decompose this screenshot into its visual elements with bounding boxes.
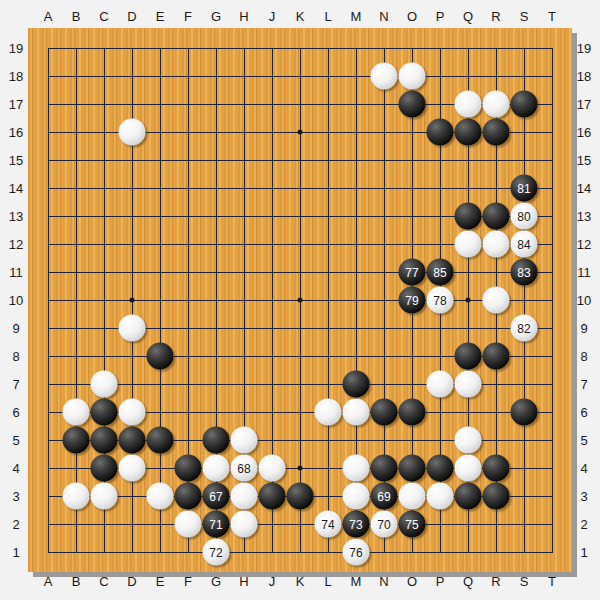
move-number: 69 — [377, 490, 390, 502]
stone-black — [399, 399, 426, 426]
column-label-bottom: M — [351, 574, 362, 589]
column-label-top: D — [127, 9, 136, 24]
stone-black — [147, 343, 174, 370]
column-label-bottom: H — [239, 574, 248, 589]
move-number: 70 — [377, 518, 390, 530]
row-label-left: 16 — [9, 125, 23, 140]
column-label-bottom: F — [184, 574, 192, 589]
column-label-bottom: K — [296, 574, 305, 589]
move-number: 76 — [349, 546, 362, 558]
row-label-right: 13 — [577, 209, 591, 224]
column-label-bottom: N — [379, 574, 388, 589]
stone-black: 67 — [203, 483, 230, 510]
column-label-top: G — [211, 9, 221, 24]
column-label-top: A — [44, 9, 53, 24]
go-game-record-view: AABBCCDDEEFFGGHHJJKKLLMMNNOOPPQQRRSSTT19… — [0, 0, 600, 600]
star-point — [130, 298, 135, 303]
row-label-right: 14 — [577, 181, 591, 196]
column-label-bottom: D — [127, 574, 136, 589]
stone-black — [175, 483, 202, 510]
column-label-bottom: J — [269, 574, 276, 589]
stone-white — [371, 63, 398, 90]
stone-black — [371, 455, 398, 482]
stone-white — [203, 455, 230, 482]
row-label-right: 11 — [577, 265, 591, 280]
star-point — [298, 130, 303, 135]
stone-black — [455, 483, 482, 510]
stone-white — [483, 91, 510, 118]
column-label-top: H — [239, 9, 248, 24]
column-label-bottom: P — [436, 574, 445, 589]
grid-line-horizontal — [48, 524, 553, 525]
grid-line-vertical — [328, 48, 329, 553]
row-label-right: 19 — [577, 41, 591, 56]
stone-white — [231, 511, 258, 538]
grid-line-vertical — [552, 48, 553, 553]
stone-white: 80 — [511, 203, 538, 230]
stone-black — [483, 455, 510, 482]
move-number: 83 — [517, 266, 530, 278]
stone-black: 81 — [511, 175, 538, 202]
stone-white: 76 — [343, 539, 370, 566]
move-number: 72 — [209, 546, 222, 558]
row-label-left: 17 — [9, 97, 23, 112]
stone-black — [63, 427, 90, 454]
stone-white — [399, 63, 426, 90]
stone-white — [483, 231, 510, 258]
column-label-top: O — [407, 9, 417, 24]
stone-white — [399, 483, 426, 510]
column-label-bottom: G — [211, 574, 221, 589]
stone-black — [483, 203, 510, 230]
row-label-left: 9 — [12, 321, 19, 336]
column-label-bottom: C — [99, 574, 108, 589]
move-number: 82 — [517, 322, 530, 334]
column-label-bottom: T — [548, 574, 556, 589]
stone-white — [455, 91, 482, 118]
column-label-top: N — [379, 9, 388, 24]
stone-black: 85 — [427, 259, 454, 286]
stone-white — [427, 371, 454, 398]
move-number: 79 — [405, 294, 418, 306]
stone-white: 78 — [427, 287, 454, 314]
column-label-top: L — [324, 9, 331, 24]
stone-black — [427, 455, 454, 482]
stone-white: 70 — [371, 511, 398, 538]
row-label-right: 17 — [577, 97, 591, 112]
column-label-top: E — [156, 9, 165, 24]
row-label-right: 16 — [577, 125, 591, 140]
stone-black — [371, 399, 398, 426]
stone-white: 68 — [231, 455, 258, 482]
stone-black — [511, 399, 538, 426]
stone-white — [343, 483, 370, 510]
column-label-bottom: S — [520, 574, 529, 589]
move-number: 71 — [209, 518, 222, 530]
star-point — [298, 298, 303, 303]
stone-black — [455, 203, 482, 230]
move-number: 73 — [349, 518, 362, 530]
stone-white — [343, 399, 370, 426]
stone-black — [175, 455, 202, 482]
stone-black: 83 — [511, 259, 538, 286]
stone-white: 82 — [511, 315, 538, 342]
stone-white — [63, 399, 90, 426]
stone-white — [175, 511, 202, 538]
stone-white — [455, 231, 482, 258]
row-label-left: 12 — [9, 237, 23, 252]
column-label-bottom: L — [324, 574, 331, 589]
stone-black — [455, 119, 482, 146]
stone-white — [119, 315, 146, 342]
stone-white — [455, 427, 482, 454]
row-label-right: 1 — [580, 545, 587, 560]
row-label-right: 6 — [580, 405, 587, 420]
column-label-top: T — [548, 9, 556, 24]
stone-black: 77 — [399, 259, 426, 286]
star-point — [298, 466, 303, 471]
row-label-right: 8 — [580, 349, 587, 364]
stone-black — [203, 427, 230, 454]
column-label-top: C — [99, 9, 108, 24]
row-label-left: 15 — [9, 153, 23, 168]
move-number: 75 — [405, 518, 418, 530]
column-label-bottom: R — [491, 574, 500, 589]
column-label-bottom: Q — [463, 574, 473, 589]
column-label-bottom: O — [407, 574, 417, 589]
row-label-right: 2 — [580, 517, 587, 532]
stone-black — [119, 427, 146, 454]
stone-black — [455, 343, 482, 370]
row-label-left: 11 — [9, 265, 23, 280]
stone-black — [343, 371, 370, 398]
row-label-left: 13 — [9, 209, 23, 224]
stone-black — [399, 91, 426, 118]
move-number: 85 — [433, 266, 446, 278]
stone-black — [427, 119, 454, 146]
move-number: 81 — [517, 182, 530, 194]
row-label-right: 3 — [580, 489, 587, 504]
row-label-left: 10 — [9, 293, 23, 308]
row-label-left: 2 — [12, 517, 19, 532]
row-label-right: 5 — [580, 433, 587, 448]
stone-black — [147, 427, 174, 454]
stone-white — [63, 483, 90, 510]
row-label-right: 12 — [577, 237, 591, 252]
stone-black — [511, 91, 538, 118]
row-label-right: 4 — [580, 461, 587, 476]
stone-white — [427, 483, 454, 510]
stone-black — [483, 483, 510, 510]
column-label-top: K — [296, 9, 305, 24]
row-label-left: 6 — [12, 405, 19, 420]
stone-black: 73 — [343, 511, 370, 538]
stone-white — [231, 427, 258, 454]
stone-white — [315, 399, 342, 426]
stone-white — [259, 455, 286, 482]
stone-white — [343, 455, 370, 482]
stone-black — [91, 455, 118, 482]
stone-white — [119, 119, 146, 146]
move-number: 74 — [321, 518, 334, 530]
row-label-left: 7 — [12, 377, 19, 392]
row-label-right: 15 — [577, 153, 591, 168]
star-point — [466, 298, 471, 303]
stone-black: 79 — [399, 287, 426, 314]
row-label-left: 5 — [12, 433, 19, 448]
stone-white — [147, 483, 174, 510]
move-number: 84 — [517, 238, 530, 250]
column-label-bottom: A — [44, 574, 53, 589]
row-label-left: 4 — [12, 461, 19, 476]
column-label-top: J — [269, 9, 276, 24]
grid-line-horizontal — [48, 552, 553, 553]
column-label-bottom: E — [156, 574, 165, 589]
column-label-top: P — [436, 9, 445, 24]
column-label-top: F — [184, 9, 192, 24]
stone-black — [259, 483, 286, 510]
stone-black — [483, 119, 510, 146]
stone-black — [483, 343, 510, 370]
column-label-top: R — [491, 9, 500, 24]
stone-black — [399, 455, 426, 482]
column-label-bottom: B — [72, 574, 81, 589]
row-label-left: 18 — [9, 69, 23, 84]
move-number: 68 — [237, 462, 250, 474]
stone-black — [91, 399, 118, 426]
stone-white — [455, 455, 482, 482]
stone-white: 84 — [511, 231, 538, 258]
stone-black: 75 — [399, 511, 426, 538]
stone-white — [483, 287, 510, 314]
row-label-left: 8 — [12, 349, 19, 364]
stone-white — [231, 483, 258, 510]
row-label-right: 9 — [580, 321, 587, 336]
column-label-top: B — [72, 9, 81, 24]
stone-white — [91, 371, 118, 398]
stone-white: 74 — [315, 511, 342, 538]
row-label-left: 14 — [9, 181, 23, 196]
column-label-top: Q — [463, 9, 473, 24]
move-number: 77 — [405, 266, 418, 278]
move-number: 80 — [517, 210, 530, 222]
row-label-right: 7 — [580, 377, 587, 392]
stone-black: 71 — [203, 511, 230, 538]
stone-black — [91, 427, 118, 454]
column-label-top: M — [351, 9, 362, 24]
column-label-top: S — [520, 9, 529, 24]
stone-white: 72 — [203, 539, 230, 566]
row-label-left: 3 — [12, 489, 19, 504]
stone-black — [287, 483, 314, 510]
row-label-left: 19 — [9, 41, 23, 56]
move-number: 78 — [433, 294, 446, 306]
row-label-right: 18 — [577, 69, 591, 84]
row-label-left: 1 — [12, 545, 19, 560]
stone-white — [91, 483, 118, 510]
row-label-right: 10 — [577, 293, 591, 308]
grid-line-vertical — [524, 48, 525, 553]
stone-black: 69 — [371, 483, 398, 510]
stone-white — [119, 455, 146, 482]
move-number: 67 — [209, 490, 222, 502]
stone-white — [455, 371, 482, 398]
stone-white — [119, 399, 146, 426]
